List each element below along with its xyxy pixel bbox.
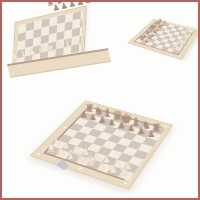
black-pawn: ♟: [128, 124, 136, 133]
view-angled-board-small: ♜♞♝♛♚♝♞♜♟♟♟♟♟♟♟♟♟♟♟♟♟♟♟♟♜♞♝♛♚♝♞♜: [138, 10, 190, 62]
black-pawn: ♟: [148, 130, 156, 139]
white-pawn: ♟: [171, 46, 176, 51]
black-pawn: ♟: [99, 116, 107, 125]
black-pawn: ♟: [90, 113, 98, 122]
board-inner-border: ♜♞♝♛♚♝♞♜♟♟♟♟♟♟♟♟♟♟♟♟♟♟♟♟♜♞♝♛♚♝♞♜: [43, 106, 162, 180]
photo-red-border-frame: ♜♞♝♛♚♝♞♜ ♟♟♟♟♟♟ ♟♝♟♛♚♟♝♟ ♜♞♝♛♚♝♞♜♟♟♟♟♟♟♟…: [0, 0, 200, 200]
view-main-board: ♜♞♝♛♚♝♞♜♟♟♟♟♟♟♟♟♟♟♟♟♟♟♟♟♜♞♝♛♚♝♞♜: [54, 86, 158, 190]
black-pawn: ♟: [84, 0, 93, 6]
chess-set-product-photo: ♜♞♝♛♚♝♞♜ ♟♟♟♟♟♟ ♟♝♟♛♚♟♝♟ ♜♞♝♛♚♝♞♜♟♟♟♟♟♟♟…: [2, 2, 198, 198]
white-rook: ♜: [176, 46, 182, 52]
white-bishop: ♝: [96, 158, 108, 171]
white-rook: ♜: [46, 143, 56, 154]
black-pawn: ♟: [108, 119, 116, 128]
square-a2: ♟: [167, 48, 175, 53]
black-pawn: ♟: [118, 121, 126, 130]
black-pawn: ♟: [145, 38, 149, 43]
black-pawn: ♟: [92, 0, 101, 4]
board-frame: ♜♞♝♛♚♝♞♜♟♟♟♟♟♟♟♟♟♟♟♟♟♟♟♟♜♞♝♛♚♝♞♜: [127, 19, 199, 60]
black-pawn: ♟: [80, 111, 88, 120]
view-folded-board: ♜♞♝♛♚♝♞♜ ♟♟♟♟♟♟ ♟♝♟♛♚♟♝♟: [0, 0, 116, 95]
white-rook: ♜: [118, 166, 129, 178]
board-inner-border: ♜♞♝♛♚♝♞♜♟♟♟♟♟♟♟♟♟♟♟♟♟♟♟♟♜♞♝♛♚♝♞♜: [134, 22, 194, 56]
board-frame: ♜♞♝♛♚♝♞♜♟♟♟♟♟♟♟♟♟♟♟♟♟♟♟♟♜♞♝♛♚♝♞♜: [30, 100, 174, 189]
black-pawn: ♟: [138, 127, 146, 136]
white-knight: ♞: [107, 163, 118, 175]
white-pawn: ♟: [71, 37, 81, 48]
chessboard-small: ♜♞♝♛♚♝♞♜♟♟♟♟♟♟♟♟♟♟♟♟♟♟♟♟♜♞♝♛♚♝♞♜: [135, 22, 193, 54]
